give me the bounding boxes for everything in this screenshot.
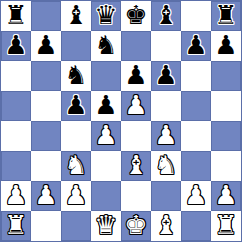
black-knight[interactable]: ♞	[94, 32, 117, 58]
square-g7[interactable]: ♟	[181, 31, 211, 61]
black-pawn[interactable]: ♟	[4, 32, 27, 58]
square-d1[interactable]: ♛	[91, 211, 121, 241]
square-f4[interactable]: ♟	[151, 121, 181, 151]
square-a4[interactable]	[1, 121, 31, 151]
square-f1[interactable]: ♝	[151, 211, 181, 241]
black-pawn[interactable]: ♟	[154, 62, 177, 88]
white-rook[interactable]: ♜	[4, 212, 27, 238]
square-c1[interactable]	[61, 211, 91, 241]
black-pawn[interactable]: ♟	[184, 32, 207, 58]
square-a6[interactable]	[1, 61, 31, 91]
white-pawn[interactable]: ♟	[184, 182, 207, 208]
square-g5[interactable]	[181, 91, 211, 121]
square-f3[interactable]: ♞	[151, 151, 181, 181]
square-e7[interactable]	[121, 31, 151, 61]
square-b8[interactable]	[31, 1, 61, 31]
square-h2[interactable]: ♟	[211, 181, 241, 211]
white-pawn[interactable]: ♟	[4, 182, 27, 208]
square-b5[interactable]	[31, 91, 61, 121]
square-a5[interactable]	[1, 91, 31, 121]
black-pawn[interactable]: ♟	[64, 92, 87, 118]
square-e8[interactable]: ♚	[121, 1, 151, 31]
black-king[interactable]: ♚	[124, 2, 147, 28]
square-b2[interactable]: ♟	[31, 181, 61, 211]
square-d5[interactable]: ♟	[91, 91, 121, 121]
black-pawn[interactable]: ♟	[34, 32, 57, 58]
square-c5[interactable]: ♟	[61, 91, 91, 121]
square-a2[interactable]: ♟	[1, 181, 31, 211]
square-b1[interactable]	[31, 211, 61, 241]
square-c4[interactable]	[61, 121, 91, 151]
square-a3[interactable]	[1, 151, 31, 181]
black-pawn[interactable]: ♟	[214, 32, 237, 58]
chess-board: ♜♝♛♚♝♜♟♟♞♟♟♞♟♟♟♟♟♟♟♞♝♞♟♟♟♟♟♜♛♚♝♜	[0, 0, 242, 242]
black-knight[interactable]: ♞	[64, 62, 87, 88]
square-c8[interactable]: ♝	[61, 1, 91, 31]
square-h1[interactable]: ♜	[211, 211, 241, 241]
square-f2[interactable]	[151, 181, 181, 211]
square-a7[interactable]: ♟	[1, 31, 31, 61]
square-d3[interactable]	[91, 151, 121, 181]
square-d2[interactable]	[91, 181, 121, 211]
square-h5[interactable]	[211, 91, 241, 121]
square-a8[interactable]: ♜	[1, 1, 31, 31]
square-a1[interactable]: ♜	[1, 211, 31, 241]
square-g2[interactable]: ♟	[181, 181, 211, 211]
white-pawn[interactable]: ♟	[124, 92, 147, 118]
square-g3[interactable]	[181, 151, 211, 181]
square-b6[interactable]	[31, 61, 61, 91]
square-d4[interactable]: ♟	[91, 121, 121, 151]
square-b3[interactable]	[31, 151, 61, 181]
black-pawn[interactable]: ♟	[124, 62, 147, 88]
square-f8[interactable]: ♝	[151, 1, 181, 31]
black-bishop[interactable]: ♝	[154, 2, 177, 28]
square-h7[interactable]: ♟	[211, 31, 241, 61]
square-h3[interactable]	[211, 151, 241, 181]
black-rook[interactable]: ♜	[214, 2, 237, 28]
square-c6[interactable]: ♞	[61, 61, 91, 91]
square-g1[interactable]	[181, 211, 211, 241]
white-pawn[interactable]: ♟	[64, 182, 87, 208]
square-g6[interactable]	[181, 61, 211, 91]
white-pawn[interactable]: ♟	[34, 182, 57, 208]
square-c2[interactable]: ♟	[61, 181, 91, 211]
square-d6[interactable]	[91, 61, 121, 91]
black-bishop[interactable]: ♝	[64, 2, 87, 28]
square-d8[interactable]: ♛	[91, 1, 121, 31]
square-b7[interactable]: ♟	[31, 31, 61, 61]
square-e2[interactable]	[121, 181, 151, 211]
square-c7[interactable]	[61, 31, 91, 61]
square-f5[interactable]	[151, 91, 181, 121]
white-knight[interactable]: ♞	[154, 152, 177, 178]
square-c3[interactable]: ♞	[61, 151, 91, 181]
square-d7[interactable]: ♞	[91, 31, 121, 61]
black-queen[interactable]: ♛	[94, 2, 117, 28]
square-e6[interactable]: ♟	[121, 61, 151, 91]
white-pawn[interactable]: ♟	[154, 122, 177, 148]
square-b4[interactable]	[31, 121, 61, 151]
white-pawn[interactable]: ♟	[94, 122, 117, 148]
square-e1[interactable]: ♚	[121, 211, 151, 241]
square-f7[interactable]	[151, 31, 181, 61]
square-h4[interactable]	[211, 121, 241, 151]
white-knight[interactable]: ♞	[64, 152, 87, 178]
square-g8[interactable]	[181, 1, 211, 31]
white-king[interactable]: ♚	[124, 212, 147, 238]
black-rook[interactable]: ♜	[4, 2, 27, 28]
square-h6[interactable]	[211, 61, 241, 91]
square-g4[interactable]	[181, 121, 211, 151]
square-e3[interactable]: ♝	[121, 151, 151, 181]
white-bishop[interactable]: ♝	[154, 212, 177, 238]
square-h8[interactable]: ♜	[211, 1, 241, 31]
white-pawn[interactable]: ♟	[214, 182, 237, 208]
square-e4[interactable]	[121, 121, 151, 151]
white-queen[interactable]: ♛	[94, 212, 117, 238]
square-e5[interactable]: ♟	[121, 91, 151, 121]
white-rook[interactable]: ♜	[214, 212, 237, 238]
square-f6[interactable]: ♟	[151, 61, 181, 91]
white-bishop[interactable]: ♝	[124, 152, 147, 178]
black-pawn[interactable]: ♟	[94, 92, 117, 118]
